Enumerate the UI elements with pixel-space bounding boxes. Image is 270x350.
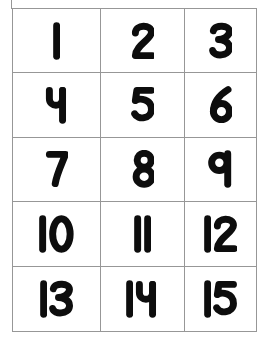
digit-1-glyph (144, 215, 151, 253)
card-9 (185, 138, 256, 202)
card-11 (101, 202, 185, 266)
digit-2-glyph (131, 22, 154, 60)
card-8 (101, 138, 185, 202)
card-10 (13, 202, 101, 266)
digit-0-glyph (49, 215, 74, 253)
card-6 (185, 73, 256, 137)
card-12 (185, 202, 256, 266)
digit-5-glyph (213, 280, 236, 318)
card-13 (13, 267, 101, 331)
digit-8-glyph (131, 150, 154, 188)
digit-9-glyph (208, 150, 232, 188)
digit-1-glyph (134, 215, 141, 253)
digit-4-glyph (135, 280, 158, 318)
flashcard-sheet (0, 0, 270, 350)
card-5 (101, 73, 185, 137)
card-1 (13, 9, 101, 73)
card-2 (101, 9, 185, 73)
digit-4-glyph (45, 86, 68, 124)
digit-1-glyph (53, 22, 60, 60)
digit-1-glyph (40, 280, 47, 318)
digit-5-glyph (131, 86, 154, 124)
digit-2-glyph (213, 215, 236, 253)
digit-6-glyph (209, 86, 232, 124)
digit-1-glyph (204, 215, 211, 253)
card-7 (13, 138, 101, 202)
card-3 (185, 9, 256, 73)
card-14 (101, 267, 185, 331)
digit-7-glyph (45, 150, 68, 188)
digit-3-glyph (209, 22, 232, 60)
flashcard-grid (12, 8, 257, 332)
digit-1-glyph (204, 280, 211, 318)
digit-1-glyph (39, 215, 46, 253)
digit-3-glyph (49, 280, 72, 318)
card-4 (13, 73, 101, 137)
card-15 (185, 267, 256, 331)
digit-1-glyph (126, 280, 133, 318)
